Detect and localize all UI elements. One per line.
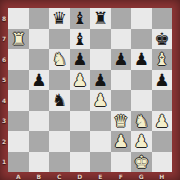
square-d3[interactable]: [70, 111, 91, 132]
square-b8[interactable]: [29, 8, 50, 29]
black-pawn-f6[interactable]: ♟: [111, 49, 132, 70]
square-c5[interactable]: [49, 70, 70, 91]
white-queen-f3[interactable]: ♛: [111, 111, 132, 132]
white-pawn-d5[interactable]: ♟: [70, 70, 91, 91]
square-g2[interactable]: ♟: [131, 131, 152, 152]
square-f3[interactable]: ♛: [111, 111, 132, 132]
square-g1[interactable]: ♚: [131, 152, 152, 173]
square-g8[interactable]: [131, 8, 152, 29]
white-pawn-f2[interactable]: ♟: [111, 131, 132, 152]
square-h4[interactable]: [152, 90, 173, 111]
rank-label-3: 3: [0, 111, 8, 132]
square-d7[interactable]: ♝: [70, 29, 91, 50]
square-b5[interactable]: ♟: [29, 70, 50, 91]
square-d1[interactable]: [70, 152, 91, 173]
file-label-d: D: [70, 172, 91, 180]
square-e7[interactable]: [90, 29, 111, 50]
square-b1[interactable]: [29, 152, 50, 173]
square-c3[interactable]: [49, 111, 70, 132]
black-bishop-d7[interactable]: ♝: [70, 29, 91, 50]
square-h3[interactable]: ♟: [152, 111, 173, 132]
square-e5[interactable]: ♟: [90, 70, 111, 91]
rank-label-1: 1: [0, 152, 8, 173]
file-label-a: A: [8, 172, 29, 180]
square-d2[interactable]: [70, 131, 91, 152]
square-c6[interactable]: ♞: [49, 49, 70, 70]
square-d8[interactable]: ♝: [70, 8, 91, 29]
square-f5[interactable]: [111, 70, 132, 91]
square-b2[interactable]: [29, 131, 50, 152]
white-pawn-h3[interactable]: ♟: [152, 111, 173, 132]
square-e2[interactable]: [90, 131, 111, 152]
square-f2[interactable]: ♟: [111, 131, 132, 152]
square-c7[interactable]: [49, 29, 70, 50]
black-queen-c8[interactable]: ♛: [49, 8, 70, 29]
square-h2[interactable]: [152, 131, 173, 152]
square-c2[interactable]: [49, 131, 70, 152]
square-a2[interactable]: [8, 131, 29, 152]
black-pawn-g6[interactable]: ♟: [131, 49, 152, 70]
black-knight-c4[interactable]: ♞: [49, 90, 70, 111]
square-g5[interactable]: [131, 70, 152, 91]
square-d5[interactable]: ♟: [70, 70, 91, 91]
square-e3[interactable]: [90, 111, 111, 132]
square-h7[interactable]: ♚: [152, 29, 173, 50]
square-e1[interactable]: [90, 152, 111, 173]
square-c4[interactable]: ♞: [49, 90, 70, 111]
white-king-g1[interactable]: ♚: [131, 152, 152, 173]
file-label-f: F: [111, 172, 132, 180]
square-f4[interactable]: [111, 90, 132, 111]
file-label-g: G: [131, 172, 152, 180]
black-king-h7[interactable]: ♚: [152, 29, 173, 50]
rank-label-6: 6: [0, 49, 8, 70]
square-a4[interactable]: [8, 90, 29, 111]
square-d4[interactable]: [70, 90, 91, 111]
white-rook-a7[interactable]: ♜: [8, 29, 29, 50]
square-b7[interactable]: [29, 29, 50, 50]
black-pawn-e5[interactable]: ♟: [90, 70, 111, 91]
file-label-b: B: [29, 172, 50, 180]
black-bishop-d8[interactable]: ♝: [70, 8, 91, 29]
black-pawn-h5[interactable]: ♟: [152, 70, 173, 91]
square-f8[interactable]: [111, 8, 132, 29]
square-e4[interactable]: ♟: [90, 90, 111, 111]
file-label-e: E: [90, 172, 111, 180]
chess-board: ♛♝♜♜♝♚♞♟♟♟♝♟♟♟♟♞♟♛♞♟♟♟♚: [8, 8, 172, 172]
black-rook-e8[interactable]: ♜: [90, 8, 111, 29]
square-e6[interactable]: [90, 49, 111, 70]
square-a7[interactable]: ♜: [8, 29, 29, 50]
square-b4[interactable]: [29, 90, 50, 111]
white-bishop-h6[interactable]: ♝: [152, 49, 173, 70]
square-a3[interactable]: [8, 111, 29, 132]
square-c1[interactable]: [49, 152, 70, 173]
square-f7[interactable]: [111, 29, 132, 50]
square-g3[interactable]: ♞: [131, 111, 152, 132]
white-knight-g3[interactable]: ♞: [131, 111, 152, 132]
square-f6[interactable]: ♟: [111, 49, 132, 70]
rank-label-8: 8: [0, 8, 8, 29]
file-label-c: C: [49, 172, 70, 180]
chess-board-frame: ♛♝♜♜♝♚♞♟♟♟♝♟♟♟♟♞♟♛♞♟♟♟♚ 87654321 ABCDEFG…: [0, 0, 180, 180]
square-h1[interactable]: [152, 152, 173, 173]
square-d6[interactable]: ♟: [70, 49, 91, 70]
square-h5[interactable]: ♟: [152, 70, 173, 91]
square-h6[interactable]: ♝: [152, 49, 173, 70]
square-h8[interactable]: [152, 8, 173, 29]
rank-label-5: 5: [0, 70, 8, 91]
square-b6[interactable]: [29, 49, 50, 70]
square-g6[interactable]: ♟: [131, 49, 152, 70]
square-g7[interactable]: [131, 29, 152, 50]
square-a1[interactable]: [8, 152, 29, 173]
white-pawn-e4[interactable]: ♟: [90, 90, 111, 111]
white-knight-c6[interactable]: ♞: [49, 49, 70, 70]
black-pawn-b5[interactable]: ♟: [29, 70, 50, 91]
square-a8[interactable]: [8, 8, 29, 29]
square-f1[interactable]: [111, 152, 132, 173]
file-label-h: H: [152, 172, 173, 180]
square-e8[interactable]: ♜: [90, 8, 111, 29]
white-pawn-g2[interactable]: ♟: [131, 131, 152, 152]
square-a5[interactable]: [8, 70, 29, 91]
black-pawn-d6[interactable]: ♟: [70, 49, 91, 70]
square-g4[interactable]: [131, 90, 152, 111]
rank-label-2: 2: [0, 131, 8, 152]
rank-label-4: 4: [0, 90, 8, 111]
square-c8[interactable]: ♛: [49, 8, 70, 29]
rank-label-7: 7: [0, 29, 8, 50]
square-b3[interactable]: [29, 111, 50, 132]
square-a6[interactable]: [8, 49, 29, 70]
